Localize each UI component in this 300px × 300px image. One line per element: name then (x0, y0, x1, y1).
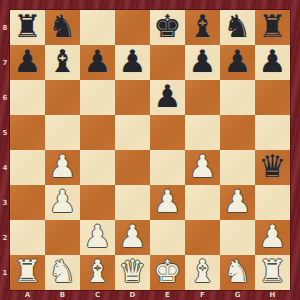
piece-black-pawn[interactable]: ♟ (84, 44, 112, 79)
square-d8[interactable] (115, 10, 150, 45)
rank-label-7: 7 (0, 45, 10, 80)
chess-board[interactable]: ♜♞♚♝♞♜♟♝♟♟♟♟♟♟♟♟♛♟♟♟♟♟♟♜♞♝♛♚♝♞♜ (10, 10, 290, 290)
piece-white-rook[interactable]: ♜ (14, 254, 42, 289)
rank-labels: 87654321 (0, 10, 10, 290)
piece-white-pawn[interactable]: ♟ (259, 219, 287, 254)
piece-white-knight[interactable]: ♞ (224, 254, 252, 289)
piece-black-pawn[interactable]: ♟ (154, 79, 182, 114)
square-a6[interactable] (10, 80, 45, 115)
square-f1[interactable]: ♝ (185, 255, 220, 290)
square-e3[interactable]: ♟ (150, 185, 185, 220)
square-a7[interactable]: ♟ (10, 45, 45, 80)
piece-white-pawn[interactable]: ♟ (224, 184, 252, 219)
piece-white-bishop[interactable]: ♝ (189, 254, 217, 289)
square-e7[interactable] (150, 45, 185, 80)
file-labels: ABCDEFGH (10, 290, 290, 300)
square-g5[interactable] (220, 115, 255, 150)
piece-white-bishop[interactable]: ♝ (84, 254, 112, 289)
file-label-h: H (255, 290, 290, 300)
square-g2[interactable] (220, 220, 255, 255)
piece-black-rook[interactable]: ♜ (14, 9, 42, 44)
square-a3[interactable] (10, 185, 45, 220)
square-c6[interactable] (80, 80, 115, 115)
square-f6[interactable] (185, 80, 220, 115)
square-d6[interactable] (115, 80, 150, 115)
piece-black-bishop[interactable]: ♝ (189, 9, 217, 44)
piece-black-pawn[interactable]: ♟ (189, 44, 217, 79)
square-g4[interactable] (220, 150, 255, 185)
square-a2[interactable] (10, 220, 45, 255)
square-f2[interactable] (185, 220, 220, 255)
square-a4[interactable] (10, 150, 45, 185)
square-e5[interactable] (150, 115, 185, 150)
square-g1[interactable]: ♞ (220, 255, 255, 290)
square-g7[interactable]: ♟ (220, 45, 255, 80)
square-g6[interactable] (220, 80, 255, 115)
piece-black-rook[interactable]: ♜ (259, 9, 287, 44)
file-label-b: B (45, 290, 80, 300)
square-h8[interactable]: ♜ (255, 10, 290, 45)
piece-black-king[interactable]: ♚ (154, 9, 182, 44)
piece-white-queen[interactable]: ♛ (119, 254, 147, 289)
piece-white-pawn[interactable]: ♟ (84, 219, 112, 254)
square-h1[interactable]: ♜ (255, 255, 290, 290)
file-label-f: F (185, 290, 220, 300)
square-c2[interactable]: ♟ (80, 220, 115, 255)
square-b8[interactable]: ♞ (45, 10, 80, 45)
piece-black-knight[interactable]: ♞ (49, 9, 77, 44)
piece-white-pawn[interactable]: ♟ (154, 184, 182, 219)
piece-white-pawn[interactable]: ♟ (119, 219, 147, 254)
piece-white-pawn[interactable]: ♟ (49, 149, 77, 184)
square-b5[interactable] (45, 115, 80, 150)
square-b6[interactable] (45, 80, 80, 115)
piece-black-pawn[interactable]: ♟ (119, 44, 147, 79)
file-label-d: D (115, 290, 150, 300)
square-e1[interactable]: ♚ (150, 255, 185, 290)
square-e6[interactable]: ♟ (150, 80, 185, 115)
rank-label-4: 4 (0, 150, 10, 185)
square-a1[interactable]: ♜ (10, 255, 45, 290)
square-e4[interactable] (150, 150, 185, 185)
square-g8[interactable]: ♞ (220, 10, 255, 45)
rank-label-8: 8 (0, 10, 10, 45)
chess-board-frame: 87654321 ♜♞♚♝♞♜♟♝♟♟♟♟♟♟♟♟♛♟♟♟♟♟♟♜♞♝♛♚♝♞♜… (0, 0, 300, 300)
square-e2[interactable] (150, 220, 185, 255)
square-b7[interactable]: ♝ (45, 45, 80, 80)
square-g3[interactable]: ♟ (220, 185, 255, 220)
piece-black-queen[interactable]: ♛ (259, 149, 287, 184)
piece-white-pawn[interactable]: ♟ (49, 184, 77, 219)
square-a5[interactable] (10, 115, 45, 150)
square-c1[interactable]: ♝ (80, 255, 115, 290)
piece-black-pawn[interactable]: ♟ (224, 44, 252, 79)
piece-black-pawn[interactable]: ♟ (14, 44, 42, 79)
square-h2[interactable]: ♟ (255, 220, 290, 255)
square-b2[interactable] (45, 220, 80, 255)
piece-white-rook[interactable]: ♜ (259, 254, 287, 289)
file-label-e: E (150, 290, 185, 300)
square-d7[interactable]: ♟ (115, 45, 150, 80)
rank-label-1: 1 (0, 255, 10, 290)
square-f3[interactable] (185, 185, 220, 220)
square-h7[interactable]: ♟ (255, 45, 290, 80)
file-label-c: C (80, 290, 115, 300)
square-f8[interactable]: ♝ (185, 10, 220, 45)
square-c3[interactable] (80, 185, 115, 220)
square-c5[interactable] (80, 115, 115, 150)
rank-label-3: 3 (0, 185, 10, 220)
file-label-g: G (220, 290, 255, 300)
square-h6[interactable] (255, 80, 290, 115)
square-d3[interactable] (115, 185, 150, 220)
file-label-a: A (10, 290, 45, 300)
square-d4[interactable] (115, 150, 150, 185)
square-e8[interactable]: ♚ (150, 10, 185, 45)
square-f4[interactable]: ♟ (185, 150, 220, 185)
square-c8[interactable] (80, 10, 115, 45)
piece-white-king[interactable]: ♚ (154, 254, 182, 289)
square-h4[interactable]: ♛ (255, 150, 290, 185)
square-c7[interactable]: ♟ (80, 45, 115, 80)
square-d2[interactable]: ♟ (115, 220, 150, 255)
piece-black-bishop[interactable]: ♝ (49, 44, 77, 79)
square-h5[interactable] (255, 115, 290, 150)
square-d1[interactable]: ♛ (115, 255, 150, 290)
square-h3[interactable] (255, 185, 290, 220)
piece-white-pawn[interactable]: ♟ (189, 149, 217, 184)
square-b3[interactable]: ♟ (45, 185, 80, 220)
square-c4[interactable] (80, 150, 115, 185)
rank-label-5: 5 (0, 115, 10, 150)
rank-label-6: 6 (0, 80, 10, 115)
square-b4[interactable]: ♟ (45, 150, 80, 185)
square-b1[interactable]: ♞ (45, 255, 80, 290)
piece-black-knight[interactable]: ♞ (224, 9, 252, 44)
rank-label-2: 2 (0, 220, 10, 255)
square-a8[interactable]: ♜ (10, 10, 45, 45)
piece-white-knight[interactable]: ♞ (49, 254, 77, 289)
square-f7[interactable]: ♟ (185, 45, 220, 80)
piece-black-pawn[interactable]: ♟ (259, 44, 287, 79)
square-f5[interactable] (185, 115, 220, 150)
square-d5[interactable] (115, 115, 150, 150)
